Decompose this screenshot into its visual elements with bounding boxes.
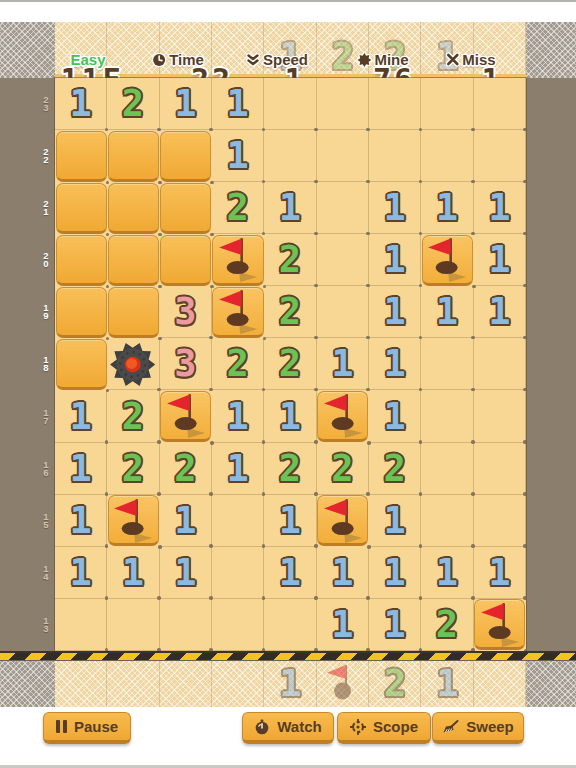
number-1: 1	[70, 82, 92, 125]
cell-r20-c9[interactable]: 1	[474, 234, 526, 286]
cell-r14-c1[interactable]: 1	[55, 547, 107, 599]
cell-r13-c5[interactable]	[264, 599, 316, 651]
number-2: 2	[383, 447, 405, 490]
cell-r19-c3[interactable]: 3	[160, 286, 212, 338]
cell-r14-c2[interactable]: 1	[107, 547, 159, 599]
number-2: 2	[227, 342, 249, 385]
number-1: 1	[488, 186, 510, 229]
cell-r19-c4[interactable]	[212, 286, 264, 338]
stopwatch-icon	[254, 719, 270, 735]
row-label-21: 21	[40, 182, 52, 234]
number-1: 1	[488, 238, 510, 281]
cell-r15-c7[interactable]: 1	[369, 495, 421, 547]
cell-r14-c6[interactable]: 1	[317, 547, 369, 599]
unopened-tile	[160, 131, 211, 182]
cell-r16-c8[interactable]	[421, 443, 473, 495]
number-1: 1	[383, 342, 405, 385]
unopened-tile	[108, 235, 159, 286]
flagged-mine-icon	[320, 663, 366, 707]
number-2: 2	[122, 447, 144, 490]
cell-r17-c8[interactable]	[421, 390, 473, 442]
number-1: 1	[279, 499, 301, 542]
row-label-22: 22	[40, 130, 52, 182]
cell-r13-c6[interactable]: 1	[317, 599, 369, 651]
cell-r22-c4[interactable]: 1	[212, 130, 264, 182]
scope-icon	[350, 719, 366, 735]
number-1: 1	[488, 551, 510, 594]
cell-r15-c1[interactable]: 1	[55, 495, 107, 547]
board-grid: 1211121111211321113221112111122122211111…	[55, 78, 526, 651]
watch-button-label: Watch	[277, 718, 321, 735]
unopened-tile	[56, 339, 107, 390]
exploded-mine-icon	[107, 338, 158, 389]
flag-icon	[107, 495, 159, 547]
cell-r15-c6[interactable]	[317, 495, 369, 547]
row-labels: 2322212019181716151413	[0, 78, 55, 651]
ghost-number-2: 2	[384, 665, 406, 702]
cell-r15-c5[interactable]: 1	[264, 495, 316, 547]
cell-r18-c9[interactable]	[474, 338, 526, 390]
cell-r16-c5[interactable]: 2	[264, 443, 316, 495]
cell-r14-c3[interactable]: 1	[160, 547, 212, 599]
cell-r19-c8[interactable]: 1	[421, 286, 473, 338]
cell-r14-c4[interactable]	[212, 547, 264, 599]
cell-r13-c8[interactable]: 2	[421, 599, 473, 651]
row-label-14: 14	[40, 547, 52, 599]
number-2: 2	[279, 342, 301, 385]
cell-r20-c6[interactable]	[317, 234, 369, 286]
row-label-13: 13	[40, 599, 52, 651]
cell-r17-c6[interactable]	[317, 390, 369, 442]
number-1: 1	[122, 551, 144, 594]
number-1: 1	[279, 551, 301, 594]
number-1: 1	[279, 395, 301, 438]
cell-r23-c9[interactable]	[474, 78, 526, 130]
cell-r22-c8[interactable]	[421, 130, 473, 182]
number-1: 1	[383, 186, 405, 229]
cell-r21-c8[interactable]: 1	[421, 182, 473, 234]
scope-button[interactable]: Scope	[337, 712, 431, 744]
cell-r20-c5[interactable]: 2	[264, 234, 316, 286]
cell-r19-c1[interactable]	[55, 286, 107, 338]
cell-r14-c5[interactable]: 1	[264, 547, 316, 599]
flag-icon	[421, 234, 473, 286]
cell-r20-c1[interactable]	[55, 234, 107, 286]
cell-r19-c7[interactable]: 1	[369, 286, 421, 338]
number-1: 1	[383, 238, 405, 281]
pause-button-label: Pause	[74, 718, 118, 735]
number-1: 1	[383, 395, 405, 438]
cell-r16-c9[interactable]	[474, 443, 526, 495]
number-1: 1	[279, 186, 301, 229]
cell-r18-c5[interactable]: 2	[264, 338, 316, 390]
unopened-tile	[160, 235, 211, 286]
cell-r21-c5[interactable]: 1	[264, 182, 316, 234]
cell-r21-c7[interactable]: 1	[369, 182, 421, 234]
cell-r15-c9[interactable]	[474, 495, 526, 547]
cell-r22-c3[interactable]	[160, 130, 212, 182]
flag-icon	[317, 495, 369, 547]
cell-r23-c3[interactable]: 1	[160, 78, 212, 130]
row-label-15: 15	[40, 495, 52, 547]
ghost-flag	[320, 663, 366, 707]
footer: Pause Watch Scope Sw	[0, 707, 576, 768]
x-icon	[446, 53, 459, 66]
cell-r22-c5[interactable]	[264, 130, 316, 182]
number-2: 2	[122, 82, 144, 125]
unopened-tile	[56, 131, 107, 182]
cell-r13-c7[interactable]: 1	[369, 599, 421, 651]
clock-icon	[152, 53, 166, 67]
number-1: 1	[227, 82, 249, 125]
ghost-number-1: 1	[279, 665, 301, 702]
number-1: 1	[227, 447, 249, 490]
cell-r14-c8[interactable]: 1	[421, 547, 473, 599]
cell-r19-c9[interactable]: 1	[474, 286, 526, 338]
bottom-band: 121	[0, 661, 576, 707]
cell-r21-c3[interactable]	[160, 182, 212, 234]
number-1: 1	[70, 447, 92, 490]
cell-r21-c6[interactable]	[317, 182, 369, 234]
number-1: 1	[70, 499, 92, 542]
number-1: 1	[331, 342, 353, 385]
number-1: 1	[383, 551, 405, 594]
row-label-23: 23	[40, 78, 52, 130]
pause-icon	[56, 720, 67, 733]
cell-r14-c9[interactable]: 1	[474, 547, 526, 599]
row-label-20: 20	[40, 234, 52, 286]
cell-r13-c9[interactable]	[474, 599, 526, 651]
number-1: 1	[227, 395, 249, 438]
row-label-19: 19	[40, 286, 52, 338]
cell-r15-c2[interactable]	[107, 495, 159, 547]
unopened-tile	[160, 183, 211, 234]
hazard-stripe	[0, 651, 576, 661]
cell-r21-c4[interactable]: 2	[212, 182, 264, 234]
board-area: 2322212019181716151413 12111211112113211…	[0, 78, 576, 651]
cell-r22-c9[interactable]	[474, 130, 526, 182]
number-2: 2	[227, 186, 249, 229]
cell-r17-c5[interactable]: 1	[264, 390, 316, 442]
cell-r17-c9[interactable]	[474, 390, 526, 442]
cell-r18-c4[interactable]: 2	[212, 338, 264, 390]
hud-band: 1221 Easy 11F Time 22 Speed 1	[0, 22, 576, 78]
watch-button[interactable]: Watch	[242, 712, 334, 744]
broom-icon	[442, 719, 459, 735]
mine-icon-small	[357, 53, 371, 67]
cell-r15-c3[interactable]: 1	[160, 495, 212, 547]
cell-r13-c1[interactable]	[55, 599, 107, 651]
bottom-band-board-area: 121	[55, 661, 526, 707]
number-1: 1	[174, 499, 196, 542]
unopened-tile	[56, 287, 107, 338]
number-1: 1	[488, 290, 510, 333]
number-2: 2	[331, 447, 353, 490]
cell-r20-c7[interactable]: 1	[369, 234, 421, 286]
number-1: 1	[436, 551, 458, 594]
cell-r18-c3[interactable]: 3	[160, 338, 212, 390]
unopened-tile	[56, 183, 107, 234]
cell-r23-c1[interactable]: 1	[55, 78, 107, 130]
number-2: 2	[174, 447, 196, 490]
cell-r18-c8[interactable]	[421, 338, 473, 390]
cell-r18-c2[interactable]	[107, 338, 159, 390]
cell-r19-c6[interactable]	[317, 286, 369, 338]
cell-r13-c2[interactable]	[107, 599, 159, 651]
flag-icon	[212, 234, 264, 286]
top-edge-line	[0, 0, 576, 2]
number-1: 1	[383, 603, 405, 646]
flag-icon	[474, 599, 526, 651]
game-screen: 1221 Easy 11F Time 22 Speed 1	[0, 0, 576, 768]
unopened-tile	[108, 287, 159, 338]
number-2: 2	[279, 290, 301, 333]
number-1: 1	[174, 551, 196, 594]
cell-r17-c7[interactable]: 1	[369, 390, 421, 442]
cell-r22-c7[interactable]	[369, 130, 421, 182]
cell-r18-c6[interactable]: 1	[317, 338, 369, 390]
cell-r22-c2[interactable]	[107, 130, 159, 182]
flag-icon	[317, 390, 369, 442]
cell-r18-c7[interactable]: 1	[369, 338, 421, 390]
pause-button[interactable]: Pause	[43, 712, 131, 744]
cell-r20-c4[interactable]	[212, 234, 264, 286]
cell-r20-c2[interactable]	[107, 234, 159, 286]
flag-icon	[212, 286, 264, 338]
cell-r21-c9[interactable]: 1	[474, 182, 526, 234]
cell-r22-c1[interactable]	[55, 130, 107, 182]
cell-r21-c1[interactable]	[55, 182, 107, 234]
number-1: 1	[70, 395, 92, 438]
unopened-tile	[56, 235, 107, 286]
number-1: 1	[331, 603, 353, 646]
cell-r23-c4[interactable]: 1	[212, 78, 264, 130]
number-1: 1	[436, 290, 458, 333]
cell-r14-c7[interactable]: 1	[369, 547, 421, 599]
ghost-number-2: 2	[332, 38, 354, 75]
flag-icon	[160, 390, 212, 442]
number-1: 1	[70, 551, 92, 594]
cell-r16-c3[interactable]: 2	[160, 443, 212, 495]
cell-r16-c6[interactable]: 2	[317, 443, 369, 495]
cell-r20-c8[interactable]	[421, 234, 473, 286]
unopened-tile	[108, 183, 159, 234]
number-2: 2	[279, 447, 301, 490]
cell-r15-c8[interactable]	[421, 495, 473, 547]
cell-r19-c5[interactable]: 2	[264, 286, 316, 338]
cell-r23-c8[interactable]	[421, 78, 473, 130]
number-1: 1	[331, 551, 353, 594]
number-2: 2	[436, 603, 458, 646]
cell-r23-c6[interactable]	[317, 78, 369, 130]
cell-r16-c4[interactable]: 1	[212, 443, 264, 495]
cell-r16-c2[interactable]: 2	[107, 443, 159, 495]
number-3: 3	[174, 342, 196, 385]
cell-r17-c3[interactable]	[160, 390, 212, 442]
scope-button-label: Scope	[373, 718, 418, 735]
cell-r16-c7[interactable]: 2	[369, 443, 421, 495]
cell-r21-c2[interactable]	[107, 182, 159, 234]
cell-r13-c3[interactable]	[160, 599, 212, 651]
cell-r13-c4[interactable]	[212, 599, 264, 651]
cell-r17-c1[interactable]: 1	[55, 390, 107, 442]
number-2: 2	[122, 395, 144, 438]
number-1: 1	[174, 82, 196, 125]
number-1: 1	[227, 134, 249, 177]
number-2: 2	[279, 238, 301, 281]
number-1: 1	[383, 290, 405, 333]
cell-r17-c2[interactable]: 2	[107, 390, 159, 442]
cell-r20-c3[interactable]	[160, 234, 212, 286]
cell-r22-c6[interactable]	[317, 130, 369, 182]
row-label-17: 17	[40, 391, 52, 443]
cell-r15-c4[interactable]	[212, 495, 264, 547]
sweep-button-label: Sweep	[466, 718, 514, 735]
number-3: 3	[174, 290, 196, 333]
cell-r19-c2[interactable]	[107, 286, 159, 338]
double-chevron-down-icon	[246, 53, 260, 67]
cell-r23-c2[interactable]: 2	[107, 78, 159, 130]
cell-r23-c5[interactable]	[264, 78, 316, 130]
number-1: 1	[436, 186, 458, 229]
row-label-16: 16	[40, 443, 52, 495]
unopened-tile	[108, 131, 159, 182]
ghost-row-12: 121	[55, 661, 526, 707]
cell-r17-c4[interactable]: 1	[212, 390, 264, 442]
cell-r18-c1[interactable]	[55, 338, 107, 390]
cell-r16-c1[interactable]: 1	[55, 443, 107, 495]
row-label-18: 18	[40, 338, 52, 390]
ghost-number-1: 1	[436, 665, 458, 702]
cell-r23-c7[interactable]	[369, 78, 421, 130]
sweep-button[interactable]: Sweep	[432, 712, 524, 744]
number-1: 1	[383, 499, 405, 542]
